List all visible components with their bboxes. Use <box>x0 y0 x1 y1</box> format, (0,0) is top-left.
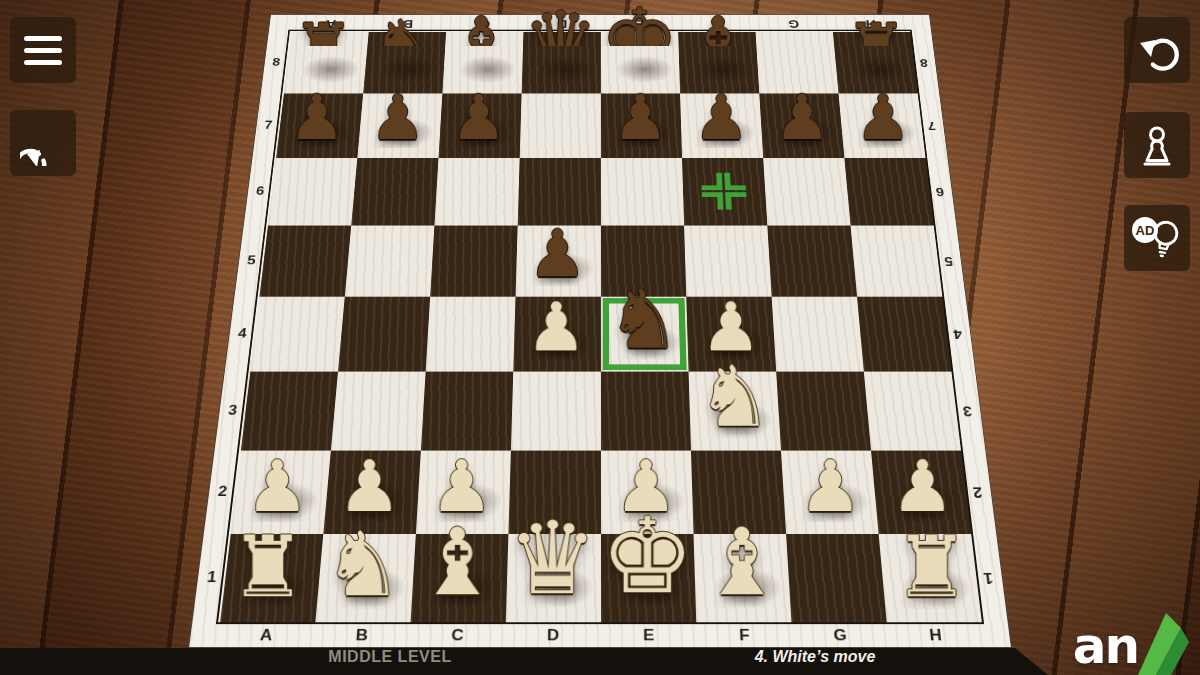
file-label-top-C: C <box>446 15 524 31</box>
piece-shadow <box>701 324 771 360</box>
piece-shadow <box>617 567 692 610</box>
file-label-bottom-B: B <box>313 623 410 648</box>
restart-icon <box>20 120 66 166</box>
undo-button[interactable] <box>1124 17 1190 83</box>
piece-shadow <box>340 481 415 521</box>
piece-shadow <box>332 567 410 610</box>
file-label-top-D: D <box>523 15 600 31</box>
piece-shadow <box>798 481 874 521</box>
piece-shadow <box>298 55 363 85</box>
piece-shadow <box>897 567 976 610</box>
piece-shadow <box>854 117 921 148</box>
pawn-icon <box>1134 122 1180 168</box>
level-label: MIDDLE LEVEL <box>250 648 530 675</box>
piece-shadow <box>774 117 840 148</box>
piece-shadow <box>535 55 598 85</box>
file-label-bottom-G: G <box>791 623 889 648</box>
piece-shadow <box>427 567 503 610</box>
watermark-logo: an <box>1073 609 1194 675</box>
piece-shadow <box>848 55 913 85</box>
file-label-top-A: A <box>291 15 370 31</box>
file-label-bottom-H: H <box>887 623 985 648</box>
file-label-top-G: G <box>755 15 833 31</box>
menu-button[interactable] <box>10 17 76 83</box>
piece-shadow <box>615 324 684 360</box>
piece-shadow <box>291 117 358 148</box>
piece-shadow <box>456 55 519 85</box>
piece-shadow <box>528 324 597 360</box>
piece-shadow <box>377 55 441 85</box>
undo-icon <box>1134 27 1180 73</box>
ad-lightbulb-icon: AD <box>1130 214 1184 262</box>
piece-shadow <box>614 117 678 148</box>
piece-shadow <box>694 117 759 148</box>
file-label-bottom-F: F <box>696 623 793 648</box>
piece-shadow <box>248 481 325 521</box>
watermark-text: an <box>1073 617 1138 675</box>
file-label-bottom-A: A <box>217 623 315 648</box>
watermark-arrow-icon <box>1136 611 1194 675</box>
piece-shadow <box>614 55 677 85</box>
piece-shadow <box>616 481 689 521</box>
piece-shadow <box>710 567 787 610</box>
file-label-top-B: B <box>369 15 447 31</box>
piece-shadow <box>704 401 776 439</box>
piece-shadow <box>530 252 597 286</box>
ad-badge-text: AD <box>1136 223 1155 238</box>
piece-shadow <box>453 117 518 148</box>
file-label-bottom-C: C <box>409 623 506 648</box>
piece-shadow <box>889 481 966 521</box>
file-label-bottom-D: D <box>505 623 601 648</box>
restart-button[interactable] <box>10 110 76 176</box>
hamburger-icon <box>24 36 62 65</box>
turn-indicator: 4. White’s move <box>700 648 930 675</box>
hint-button[interactable]: AD <box>1124 205 1190 271</box>
piece-shadow <box>522 567 597 610</box>
piece-shadow <box>692 55 756 85</box>
board-scene: AABBCCDDEEFFGGHH8877665544332211 ♜♞♝♛♚♝♜… <box>188 14 1012 648</box>
file-label-bottom-E: E <box>601 623 697 648</box>
piece-shadow <box>432 481 506 521</box>
piece-shadow <box>372 117 438 148</box>
chessboard: AABBCCDDEEFFGGHH8877665544332211 <box>188 14 1012 648</box>
file-label-top-E: E <box>601 15 678 31</box>
file-label-top-F: F <box>678 15 756 31</box>
side-select-button[interactable] <box>1124 112 1190 178</box>
piece-shadow <box>238 567 317 610</box>
file-label-top-H: H <box>831 15 910 31</box>
